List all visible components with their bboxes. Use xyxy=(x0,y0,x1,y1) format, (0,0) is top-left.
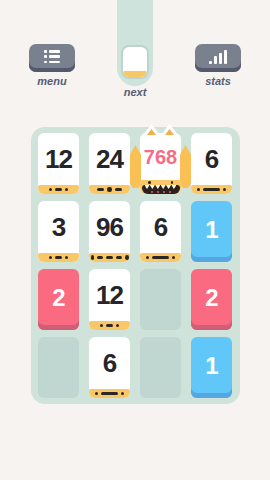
wing-right-icon xyxy=(180,145,191,188)
tile-face-band xyxy=(38,185,79,194)
next-tile-preview xyxy=(123,47,147,77)
tile-768-r0c2[interactable]: 768 xyxy=(140,133,181,194)
threes-app: next menu stats 1224768639661212261 xyxy=(0,0,270,480)
next-label: next xyxy=(117,86,153,98)
cat-ear-left-icon xyxy=(143,124,160,135)
tile-value: 1 xyxy=(205,216,217,248)
tile-value: 2 xyxy=(205,284,217,316)
tile-value: 768 xyxy=(144,146,177,181)
tile-3-r1c0[interactable]: 3 xyxy=(38,201,79,262)
tile-face-band xyxy=(38,253,79,262)
monster-face-band xyxy=(140,180,181,194)
monster-mouth-icon xyxy=(142,185,180,194)
tile-value: 12 xyxy=(96,280,123,319)
tile-1-r3c3[interactable]: 1 xyxy=(191,337,232,398)
tile-24-r0c1[interactable]: 24 xyxy=(89,133,130,194)
tile-value: 6 xyxy=(154,212,167,251)
bar-chart-icon xyxy=(209,50,227,64)
tile-face-band xyxy=(89,185,130,194)
tile-96-r1c1[interactable]: 96 xyxy=(89,201,130,262)
tile-value: 24 xyxy=(96,144,123,183)
tile-face-band xyxy=(140,253,181,262)
menu-list-icon xyxy=(44,50,60,63)
tile-1-r1c3[interactable]: 1 xyxy=(191,201,232,262)
board-grid: 1224768639661212261 xyxy=(31,127,240,404)
stats-button[interactable] xyxy=(195,44,241,72)
tile-value: 6 xyxy=(205,144,218,183)
empty-cell-r3c2 xyxy=(140,337,181,398)
tile-value: 96 xyxy=(96,212,123,251)
empty-cell-r3c0 xyxy=(38,337,79,398)
tile-value: 2 xyxy=(52,284,64,316)
game-board[interactable]: 1224768639661212261 xyxy=(31,127,240,404)
tile-face-band xyxy=(191,185,232,194)
menu-label: menu xyxy=(29,75,75,87)
tile-value: 12 xyxy=(45,144,72,183)
tile-face-band xyxy=(89,321,130,330)
cat-ear-right-icon xyxy=(161,124,178,135)
tile-face-band xyxy=(89,253,130,262)
tile-value: 6 xyxy=(103,348,116,387)
tile-value: 3 xyxy=(52,212,65,251)
stats-label: stats xyxy=(195,75,241,87)
tile-value: 1 xyxy=(205,352,217,384)
menu-button[interactable] xyxy=(29,44,75,72)
tile-face-band xyxy=(89,389,130,398)
tile-2-r2c3[interactable]: 2 xyxy=(191,269,232,330)
tile-6-r0c3[interactable]: 6 xyxy=(191,133,232,194)
tile-6-r1c2[interactable]: 6 xyxy=(140,201,181,262)
tile-6-r3c1[interactable]: 6 xyxy=(89,337,130,398)
next-tile-strip xyxy=(117,0,153,86)
tile-2-r2c0[interactable]: 2 xyxy=(38,269,79,330)
tile-12-r2c1[interactable]: 12 xyxy=(89,269,130,330)
empty-cell-r2c2 xyxy=(140,269,181,330)
tile-12-r0c0[interactable]: 12 xyxy=(38,133,79,194)
next-tile-band xyxy=(123,71,147,77)
